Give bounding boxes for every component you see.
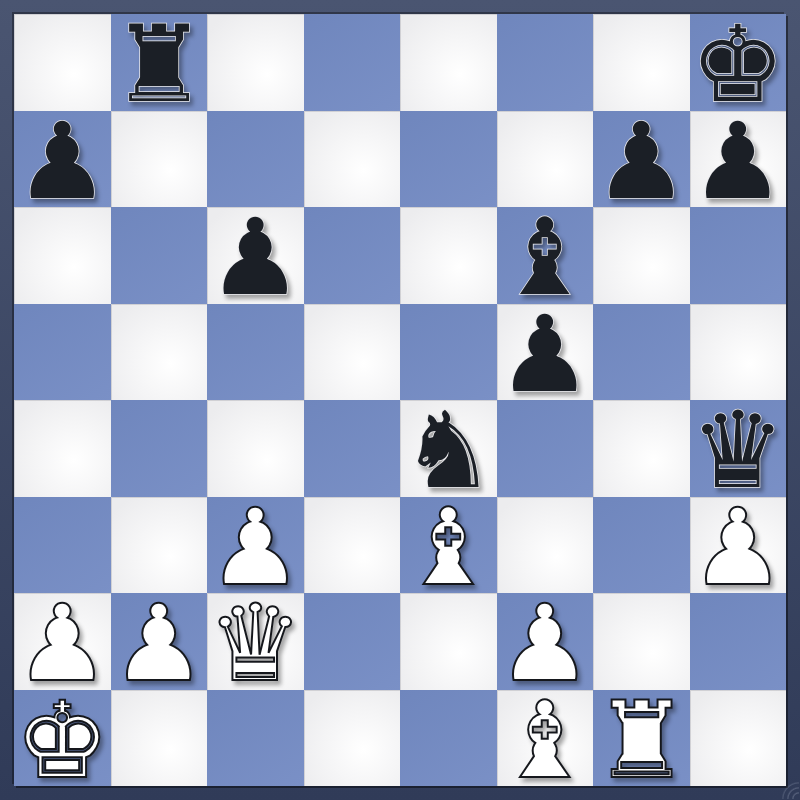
- square-c4[interactable]: [207, 400, 304, 497]
- square-a7[interactable]: ♟: [14, 111, 111, 208]
- square-b4[interactable]: [111, 400, 208, 497]
- square-f3[interactable]: [497, 497, 594, 594]
- square-d3[interactable]: [304, 497, 401, 594]
- chess-board: ♜♚♟♟♟♟♝♟♞♛♟♝♟♟♟♛♟♚♝♜: [14, 14, 786, 786]
- square-a3[interactable]: [14, 497, 111, 594]
- square-b8[interactable]: ♜: [111, 14, 208, 111]
- black-pawn-f5[interactable]: ♟: [497, 307, 592, 403]
- square-f1[interactable]: ♝: [497, 690, 594, 787]
- square-d4[interactable]: [304, 400, 401, 497]
- square-f6[interactable]: ♝: [497, 207, 594, 304]
- square-a1[interactable]: ♚: [14, 690, 111, 787]
- square-c7[interactable]: [207, 111, 304, 208]
- square-b3[interactable]: [111, 497, 208, 594]
- square-a8[interactable]: [14, 14, 111, 111]
- square-g1[interactable]: ♜: [593, 690, 690, 787]
- square-e5[interactable]: [400, 304, 497, 401]
- black-pawn-h7[interactable]: ♟: [690, 114, 785, 210]
- square-g4[interactable]: [593, 400, 690, 497]
- square-c6[interactable]: ♟: [207, 207, 304, 304]
- square-e3[interactable]: ♝: [400, 497, 497, 594]
- square-h7[interactable]: ♟: [690, 111, 787, 208]
- square-b6[interactable]: [111, 207, 208, 304]
- square-f5[interactable]: ♟: [497, 304, 594, 401]
- white-pawn-b2[interactable]: ♟: [111, 596, 206, 692]
- square-h4[interactable]: ♛: [690, 400, 787, 497]
- square-e4[interactable]: ♞: [400, 400, 497, 497]
- white-pawn-h3[interactable]: ♟: [690, 500, 785, 596]
- square-a2[interactable]: ♟: [14, 593, 111, 690]
- white-bishop-f1[interactable]: ♝: [497, 693, 592, 789]
- square-a5[interactable]: [14, 304, 111, 401]
- square-b2[interactable]: ♟: [111, 593, 208, 690]
- square-f8[interactable]: [497, 14, 594, 111]
- black-pawn-c6[interactable]: ♟: [208, 210, 303, 306]
- square-g8[interactable]: [593, 14, 690, 111]
- square-d2[interactable]: [304, 593, 401, 690]
- square-a4[interactable]: [14, 400, 111, 497]
- white-queen-c2[interactable]: ♛: [208, 596, 303, 692]
- square-d6[interactable]: [304, 207, 401, 304]
- square-c2[interactable]: ♛: [207, 593, 304, 690]
- square-c8[interactable]: [207, 14, 304, 111]
- white-king-a1[interactable]: ♚: [15, 693, 110, 789]
- square-d5[interactable]: [304, 304, 401, 401]
- square-d1[interactable]: [304, 690, 401, 787]
- square-d8[interactable]: [304, 14, 401, 111]
- square-g5[interactable]: [593, 304, 690, 401]
- square-h1[interactable]: [690, 690, 787, 787]
- square-f7[interactable]: [497, 111, 594, 208]
- square-g3[interactable]: [593, 497, 690, 594]
- black-rook-b8[interactable]: ♜: [111, 17, 206, 113]
- square-h5[interactable]: [690, 304, 787, 401]
- white-rook-g1[interactable]: ♜: [594, 693, 689, 789]
- square-c3[interactable]: ♟: [207, 497, 304, 594]
- square-d7[interactable]: [304, 111, 401, 208]
- square-h3[interactable]: ♟: [690, 497, 787, 594]
- square-e8[interactable]: [400, 14, 497, 111]
- white-bishop-e3[interactable]: ♝: [401, 500, 496, 596]
- square-g7[interactable]: ♟: [593, 111, 690, 208]
- square-f2[interactable]: ♟: [497, 593, 594, 690]
- square-e1[interactable]: [400, 690, 497, 787]
- square-e6[interactable]: [400, 207, 497, 304]
- black-pawn-a7[interactable]: ♟: [15, 114, 110, 210]
- square-h8[interactable]: ♚: [690, 14, 787, 111]
- chess-board-frame: ♜♚♟♟♟♟♝♟♞♛♟♝♟♟♟♛♟♚♝♜: [0, 0, 800, 800]
- square-e7[interactable]: [400, 111, 497, 208]
- square-g2[interactable]: [593, 593, 690, 690]
- black-pawn-g7[interactable]: ♟: [594, 114, 689, 210]
- square-b5[interactable]: [111, 304, 208, 401]
